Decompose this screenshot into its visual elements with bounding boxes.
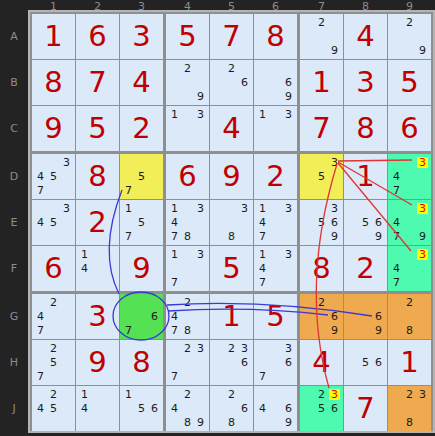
- cell-H4[interactable]: 237: [166, 340, 209, 385]
- highlighted-candidate: 3: [329, 389, 340, 400]
- cell-J7[interactable]: 2356: [300, 386, 343, 431]
- cell-E1[interactable]: 345: [32, 200, 75, 245]
- cell-A3[interactable]: 3: [120, 14, 163, 59]
- pencil-mark-slot-6: 6: [238, 75, 251, 89]
- cell-D9[interactable]: 347: [388, 154, 431, 199]
- pencil-mark-slot-7: 7: [168, 230, 181, 244]
- cell-H2[interactable]: 9: [76, 340, 119, 385]
- pencil-mark-slot-7: 7: [34, 184, 47, 198]
- cell-J3[interactable]: 156: [120, 386, 163, 431]
- cell-E3[interactable]: 157: [120, 200, 163, 245]
- cell-A2[interactable]: 6: [76, 14, 119, 59]
- pencil-mark-slot-9: [194, 230, 207, 244]
- pencil-mark-slot-2: 2: [403, 295, 416, 309]
- pencil-mark-slot-9: 9: [194, 416, 207, 430]
- pencil-mark-slot-1: [212, 387, 225, 401]
- pencil-mark-slot-9: [282, 230, 295, 244]
- pencil-mark-slot-5: [181, 261, 194, 275]
- pencil-mark-slot-2: 2: [225, 387, 238, 401]
- pencil-mark-slot-3: [416, 295, 429, 309]
- pencil-mark-slot-5: [403, 215, 416, 229]
- pencil-mark-slot-7: 7: [390, 184, 403, 198]
- pencil-mark-slot-1: 1: [168, 201, 181, 215]
- pencil-marks: 1347: [256, 247, 295, 290]
- pencil-mark-slot-8: [403, 276, 416, 290]
- pencil-mark-slot-5: [225, 355, 238, 369]
- cell-J5[interactable]: 268: [210, 386, 253, 431]
- cell-G8[interactable]: 69: [344, 294, 387, 339]
- row-label-B: B: [2, 60, 26, 105]
- pencil-mark-slot-8: [359, 324, 372, 338]
- col-label-8: 8: [344, 0, 387, 12]
- pencil-mark-slot-9: [104, 276, 117, 290]
- cell-C7[interactable]: 7: [300, 106, 343, 151]
- cell-J6[interactable]: 469: [254, 386, 297, 431]
- pencil-mark-slot-7: [390, 324, 403, 338]
- pencil-mark-slot-8: [315, 230, 328, 244]
- pencil-mark-slot-5: [91, 401, 104, 415]
- pencil-mark-slot-8: [135, 324, 148, 338]
- pencil-mark-slot-5: [91, 261, 104, 275]
- pencil-mark-slot-2: [315, 201, 328, 215]
- cell-A6[interactable]: 8: [254, 14, 297, 59]
- pencil-mark-slot-5: [269, 75, 282, 89]
- pencil-mark-slot-9: [416, 184, 429, 198]
- pencil-mark-slot-5: 5: [135, 401, 148, 415]
- pencil-mark-slot-1: [256, 341, 269, 355]
- pencil-mark-slot-4: [390, 401, 403, 415]
- pencil-mark-slot-7: 7: [390, 276, 403, 290]
- pencil-marks: 3569: [302, 201, 341, 244]
- cell-J2[interactable]: 14: [76, 386, 119, 431]
- cell-E9[interactable]: 3479: [388, 200, 431, 245]
- row-label-C: C: [2, 106, 26, 151]
- pencil-mark-slot-1: [168, 341, 181, 355]
- pencil-mark-slot-3: 3: [282, 107, 295, 121]
- cell-value: 5: [210, 246, 253, 291]
- pencil-mark-slot-6: 6: [282, 355, 295, 369]
- cell-B9[interactable]: 5: [388, 60, 431, 105]
- pencil-mark-slot-6: 6: [238, 355, 251, 369]
- pencil-mark-slot-3: 3: [416, 201, 429, 215]
- cell-G5[interactable]: 1: [210, 294, 253, 339]
- pencil-mark-slot-3: [194, 295, 207, 309]
- pencil-mark-slot-5: 5: [47, 401, 60, 415]
- pencil-mark-slot-8: [135, 416, 148, 430]
- pencil-mark-slot-8: 8: [225, 416, 238, 430]
- pencil-mark-slot-4: [168, 261, 181, 275]
- pencil-mark-slot-3: [238, 61, 251, 75]
- pencil-mark-slot-2: [269, 61, 282, 75]
- pencil-marks: 26: [212, 61, 251, 104]
- cell-value: 8: [300, 246, 343, 291]
- cell-value: 7: [300, 106, 343, 151]
- pencil-mark-slot-4: 4: [78, 401, 91, 415]
- pencil-mark-slot-4: [212, 355, 225, 369]
- cell-E4[interactable]: 13478: [166, 200, 209, 245]
- pencil-mark-slot-4: [302, 215, 315, 229]
- cell-F2[interactable]: 14: [76, 246, 119, 291]
- cell-B5[interactable]: 26: [210, 60, 253, 105]
- pencil-mark-slot-5: 5: [315, 401, 328, 415]
- pencil-mark-slot-1: 1: [256, 247, 269, 261]
- cell-B4[interactable]: 29: [166, 60, 209, 105]
- cell-D7[interactable]: 35: [300, 154, 343, 199]
- pencil-mark-slot-2: 2: [47, 387, 60, 401]
- cell-D5[interactable]: 9: [210, 154, 253, 199]
- pencil-mark-slot-8: [403, 230, 416, 244]
- pencil-mark-slot-6: 6: [372, 355, 385, 369]
- cell-C6[interactable]: 13: [254, 106, 297, 151]
- cell-B6[interactable]: 69: [254, 60, 297, 105]
- cell-value: 6: [166, 154, 209, 199]
- pencil-mark-slot-7: 7: [390, 230, 403, 244]
- cell-value: 1: [300, 60, 343, 105]
- pencil-mark-slot-3: 3: [60, 155, 73, 169]
- pencil-mark-slot-2: 2: [315, 387, 328, 401]
- cell-H7[interactable]: 4: [300, 340, 343, 385]
- pencil-mark-slot-4: 4: [256, 401, 269, 415]
- pencil-mark-slot-7: 7: [256, 276, 269, 290]
- pencil-mark-slot-1: [302, 155, 315, 169]
- pencil-mark-slot-9: [328, 184, 341, 198]
- cell-F3[interactable]: 9: [120, 246, 163, 291]
- pencil-mark-slot-3: [148, 387, 161, 401]
- cell-value: 7: [76, 60, 119, 105]
- pencil-mark-slot-6: [194, 215, 207, 229]
- pencil-mark-slot-2: [135, 295, 148, 309]
- pencil-mark-slot-6: 6: [372, 215, 385, 229]
- pencil-marks: 69: [346, 295, 385, 338]
- pencil-mark-slot-2: 2: [315, 295, 328, 309]
- cell-F1[interactable]: 6: [32, 246, 75, 291]
- cell-F6[interactable]: 1347: [254, 246, 297, 291]
- row-label-F: F: [2, 246, 26, 291]
- pencil-marks: 13: [168, 107, 207, 150]
- cell-value: 4: [120, 60, 163, 105]
- pencil-mark-slot-1: [256, 387, 269, 401]
- pencil-mark-slot-4: [168, 75, 181, 89]
- cell-value: 3: [120, 14, 163, 59]
- pencil-mark-slot-4: [256, 121, 269, 135]
- pencil-mark-slot-3: 3: [238, 341, 251, 355]
- cell-value: 6: [388, 106, 431, 151]
- cell-G1[interactable]: 247: [32, 294, 75, 339]
- pencil-mark-slot-2: [269, 247, 282, 261]
- pencil-mark-slot-3: [148, 155, 161, 169]
- pencil-mark-slot-4: [256, 355, 269, 369]
- cell-E7[interactable]: 3569: [300, 200, 343, 245]
- cell-F9[interactable]: 347: [388, 246, 431, 291]
- pencil-mark-slot-5: [269, 215, 282, 229]
- pencil-mark-slot-3: [282, 387, 295, 401]
- pencil-mark-slot-4: 4: [34, 309, 47, 323]
- cell-value: 1: [32, 14, 75, 59]
- pencil-mark-slot-6: [104, 401, 117, 415]
- cell-G3[interactable]: 67: [120, 294, 163, 339]
- pencil-mark-slot-1: [346, 341, 359, 355]
- pencil-mark-slot-3: 3: [416, 247, 429, 261]
- pencil-mark-slot-5: [181, 401, 194, 415]
- pencil-mark-slot-2: [269, 341, 282, 355]
- pencil-marks: 245: [34, 387, 73, 430]
- cell-G2[interactable]: 3: [76, 294, 119, 339]
- pencil-mark-slot-7: [256, 136, 269, 150]
- pencil-mark-slot-9: 9: [282, 90, 295, 104]
- pencil-mark-slot-1: [34, 201, 47, 215]
- cell-D4[interactable]: 6: [166, 154, 209, 199]
- pencil-mark-slot-8: [47, 184, 60, 198]
- pencil-mark-slot-9: [104, 416, 117, 430]
- pencil-mark-slot-1: [390, 247, 403, 261]
- pencil-mark-slot-6: [104, 261, 117, 275]
- pencil-marks: 69: [256, 61, 295, 104]
- cell-F8[interactable]: 2: [344, 246, 387, 291]
- cell-D2[interactable]: 8: [76, 154, 119, 199]
- cell-value: 5: [76, 106, 119, 151]
- pencil-mark-slot-5: [403, 169, 416, 183]
- pencil-mark-slot-3: [328, 295, 341, 309]
- cell-E6[interactable]: 1347: [254, 200, 297, 245]
- pencil-mark-slot-6: [60, 401, 73, 415]
- pencil-mark-slot-1: [390, 201, 403, 215]
- pencil-mark-slot-6: [60, 215, 73, 229]
- pencil-mark-slot-3: [372, 295, 385, 309]
- cell-G7[interactable]: 269: [300, 294, 343, 339]
- pencil-mark-slot-4: [212, 401, 225, 415]
- pencil-mark-slot-4: [168, 121, 181, 135]
- pencil-mark-slot-7: [390, 44, 403, 58]
- pencil-mark-slot-3: 3: [238, 201, 251, 215]
- cell-F4[interactable]: 137: [166, 246, 209, 291]
- pencil-mark-slot-1: [168, 61, 181, 75]
- pencil-mark-slot-3: 3: [282, 341, 295, 355]
- cell-C8[interactable]: 8: [344, 106, 387, 151]
- cell-H1[interactable]: 257: [32, 340, 75, 385]
- pencil-mark-slot-4: 4: [256, 261, 269, 275]
- pencil-mark-slot-4: 4: [78, 261, 91, 275]
- pencil-mark-slot-9: [238, 416, 251, 430]
- cell-F5[interactable]: 5: [210, 246, 253, 291]
- pencil-mark-slot-4: 4: [390, 261, 403, 275]
- cell-C5[interactable]: 4: [210, 106, 253, 151]
- pencil-mark-slot-7: [212, 370, 225, 384]
- cell-D3[interactable]: 57: [120, 154, 163, 199]
- pencil-mark-slot-6: [416, 309, 429, 323]
- row-label-A: A: [2, 14, 26, 59]
- pencil-marks: 3457: [34, 155, 73, 198]
- cell-C3[interactable]: 2: [120, 106, 163, 151]
- pencil-mark-slot-1: 1: [168, 247, 181, 261]
- pencil-mark-slot-7: [346, 370, 359, 384]
- pencil-mark-slot-7: [302, 44, 315, 58]
- pencil-marks: 14: [78, 387, 117, 430]
- pencil-mark-slot-4: [302, 169, 315, 183]
- cell-C4[interactable]: 13: [166, 106, 209, 151]
- pencil-mark-slot-9: [238, 90, 251, 104]
- pencil-mark-slot-6: 6: [238, 401, 251, 415]
- pencil-mark-slot-3: [148, 295, 161, 309]
- pencil-mark-slot-3: [372, 341, 385, 355]
- pencil-mark-slot-7: 7: [168, 276, 181, 290]
- pencil-mark-slot-1: [390, 387, 403, 401]
- pencil-mark-slot-3: 3: [282, 201, 295, 215]
- pencil-mark-slot-3: [282, 61, 295, 75]
- cell-E8[interactable]: 569: [344, 200, 387, 245]
- pencil-mark-slot-1: 1: [122, 387, 135, 401]
- pencil-mark-slot-8: [315, 324, 328, 338]
- pencil-mark-slot-6: 6: [282, 401, 295, 415]
- pencil-mark-slot-8: 8: [181, 416, 194, 430]
- pencil-mark-slot-2: [135, 201, 148, 215]
- pencil-mark-slot-4: 4: [168, 401, 181, 415]
- cell-C9[interactable]: 6: [388, 106, 431, 151]
- cell-G6[interactable]: 5: [254, 294, 297, 339]
- pencil-mark-slot-7: [256, 90, 269, 104]
- pencil-mark-slot-1: [34, 387, 47, 401]
- pencil-mark-slot-4: [122, 215, 135, 229]
- pencil-mark-slot-7: 7: [122, 230, 135, 244]
- cell-F7[interactable]: 8: [300, 246, 343, 291]
- pencil-mark-slot-1: [390, 295, 403, 309]
- cell-H3[interactable]: 8: [120, 340, 163, 385]
- cell-J1[interactable]: 245: [32, 386, 75, 431]
- pencil-marks: 35: [302, 155, 341, 198]
- pencil-mark-slot-7: [346, 230, 359, 244]
- pencil-mark-slot-1: [122, 295, 135, 309]
- cell-B3[interactable]: 4: [120, 60, 163, 105]
- pencil-mark-slot-6: 6: [282, 75, 295, 89]
- pencil-mark-slot-6: 6: [328, 215, 341, 229]
- pencil-mark-slot-5: [225, 75, 238, 89]
- pencil-mark-slot-5: 5: [135, 215, 148, 229]
- pencil-mark-slot-2: [403, 155, 416, 169]
- pencil-marks: 345: [34, 201, 73, 244]
- pencil-mark-slot-9: 9: [328, 324, 341, 338]
- cell-J4[interactable]: 2489: [166, 386, 209, 431]
- cell-H8[interactable]: 56: [344, 340, 387, 385]
- cell-B1[interactable]: 8: [32, 60, 75, 105]
- pencil-mark-slot-8: [135, 184, 148, 198]
- pencil-mark-slot-8: 8: [403, 324, 416, 338]
- cell-A4[interactable]: 5: [166, 14, 209, 59]
- pencil-mark-slot-2: 2: [225, 61, 238, 75]
- pencil-mark-slot-3: [60, 387, 73, 401]
- cell-H6[interactable]: 367: [254, 340, 297, 385]
- pencil-mark-slot-6: 6: [148, 309, 161, 323]
- pencil-mark-slot-5: 5: [47, 169, 60, 183]
- pencil-mark-slot-2: 2: [181, 341, 194, 355]
- pencil-mark-slot-1: [34, 155, 47, 169]
- cell-J9[interactable]: 238: [388, 386, 431, 431]
- pencil-marks: 56: [346, 341, 385, 384]
- pencil-mark-slot-5: [403, 261, 416, 275]
- cell-B8[interactable]: 3: [344, 60, 387, 105]
- pencil-marks: 29: [168, 61, 207, 104]
- pencil-mark-slot-1: [302, 387, 315, 401]
- cell-D8[interactable]: 1: [344, 154, 387, 199]
- pencil-mark-slot-4: [212, 75, 225, 89]
- pencil-mark-slot-9: [416, 416, 429, 430]
- row-label-D: D: [2, 154, 26, 199]
- cell-value: 8: [344, 106, 387, 151]
- pencil-mark-slot-5: [181, 75, 194, 89]
- pencil-mark-slot-7: 7: [122, 324, 135, 338]
- cell-A8[interactable]: 4: [344, 14, 387, 59]
- pencil-mark-slot-5: [403, 29, 416, 43]
- pencil-mark-slot-5: 5: [359, 215, 372, 229]
- cell-A7[interactable]: 29: [300, 14, 343, 59]
- cell-value: 8: [32, 60, 75, 105]
- pencil-mark-slot-4: [212, 215, 225, 229]
- pencil-mark-slot-8: [403, 44, 416, 58]
- cell-D6[interactable]: 2: [254, 154, 297, 199]
- pencil-mark-slot-5: [403, 309, 416, 323]
- cell-G9[interactable]: 28: [388, 294, 431, 339]
- pencil-mark-slot-7: [346, 324, 359, 338]
- pencil-mark-slot-7: [34, 230, 47, 244]
- pencil-mark-slot-1: 1: [168, 107, 181, 121]
- pencil-mark-slot-8: [269, 416, 282, 430]
- pencil-mark-slot-2: 2: [47, 341, 60, 355]
- pencil-marks: 268: [212, 387, 251, 430]
- pencil-mark-slot-2: [225, 201, 238, 215]
- cell-H5[interactable]: 236: [210, 340, 253, 385]
- pencil-mark-slot-4: 4: [34, 215, 47, 229]
- pencil-marks: 469: [256, 387, 295, 430]
- pencil-mark-slot-1: [256, 61, 269, 75]
- cell-C1[interactable]: 9: [32, 106, 75, 151]
- cell-A5[interactable]: 7: [210, 14, 253, 59]
- pencil-mark-slot-9: 9: [372, 324, 385, 338]
- pencil-mark-slot-9: [194, 324, 207, 338]
- cell-A1[interactable]: 1: [32, 14, 75, 59]
- cell-C2[interactable]: 5: [76, 106, 119, 151]
- pencil-mark-slot-8: [47, 324, 60, 338]
- pencil-mark-slot-1: [302, 15, 315, 29]
- pencil-mark-slot-4: [302, 309, 315, 323]
- pencil-mark-slot-8: [225, 90, 238, 104]
- pencil-mark-slot-9: [194, 276, 207, 290]
- pencil-mark-slot-2: [91, 387, 104, 401]
- pencil-marks: 257: [34, 341, 73, 384]
- pencil-mark-slot-7: [212, 416, 225, 430]
- pencil-mark-slot-5: [269, 121, 282, 135]
- pencil-mark-slot-6: [416, 401, 429, 415]
- cell-G4[interactable]: 2478: [166, 294, 209, 339]
- pencil-mark-slot-9: 9: [328, 230, 341, 244]
- cell-E5[interactable]: 38: [210, 200, 253, 245]
- cell-B7[interactable]: 1: [300, 60, 343, 105]
- pencil-mark-slot-9: 9: [416, 44, 429, 58]
- col-label-2: 2: [76, 0, 119, 12]
- cell-B2[interactable]: 7: [76, 60, 119, 105]
- pencil-marks: 347: [390, 155, 429, 198]
- pencil-mark-slot-2: [135, 387, 148, 401]
- pencil-mark-slot-8: [269, 90, 282, 104]
- pencil-mark-slot-6: [416, 261, 429, 275]
- col-label-7: 7: [300, 0, 343, 12]
- pencil-marks: 2478: [168, 295, 207, 338]
- cell-D1[interactable]: 3457: [32, 154, 75, 199]
- pencil-marks: 347: [390, 247, 429, 290]
- cell-value: 7: [210, 14, 253, 59]
- pencil-marks: 157: [122, 201, 161, 244]
- cell-J8[interactable]: 7: [344, 386, 387, 431]
- cell-H9[interactable]: 1: [388, 340, 431, 385]
- cell-A9[interactable]: 29: [388, 14, 431, 59]
- cell-E2[interactable]: 2: [76, 200, 119, 245]
